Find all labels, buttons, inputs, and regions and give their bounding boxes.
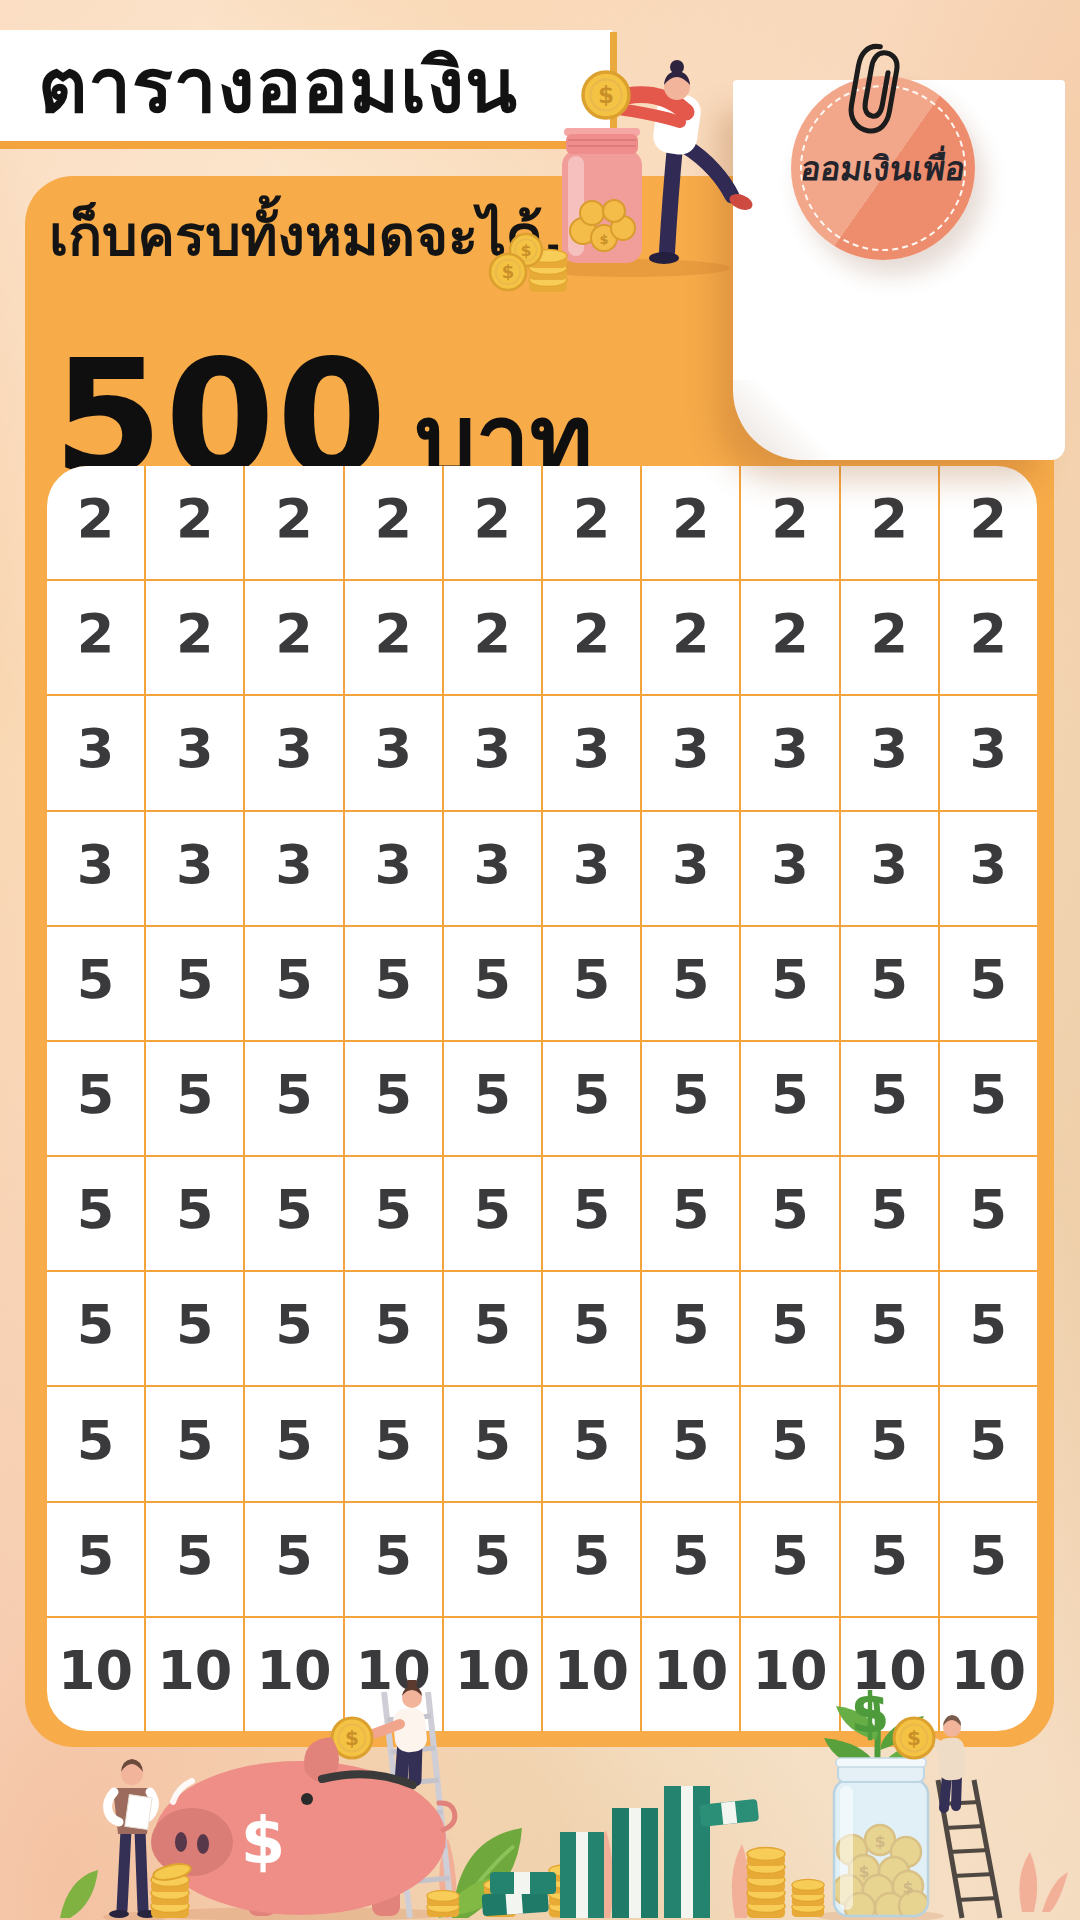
grid-cell: 5: [345, 1042, 442, 1155]
grid-cell: 2: [741, 466, 838, 579]
grid-cell: 2: [146, 466, 243, 579]
grid-cell: 5: [543, 1042, 640, 1155]
grid-cell: 5: [146, 1272, 243, 1385]
grid-cell: 5: [146, 1387, 243, 1500]
coin-stack-left: [151, 1861, 192, 1918]
grid-cell: 3: [841, 812, 938, 925]
grid-cell: 3: [940, 696, 1037, 809]
grid-cell: 5: [47, 1272, 144, 1385]
grid-cell: 3: [345, 696, 442, 809]
svg-text:$: $: [599, 232, 608, 247]
poster-title: ตารางออมเงิน: [38, 48, 518, 124]
grid-cell: 5: [543, 1157, 640, 1270]
grid-cell: 2: [47, 466, 144, 579]
grid-cell: 2: [245, 581, 342, 694]
person-saving-coin-illustration: $ $: [480, 28, 790, 320]
grid-cell: 5: [245, 1387, 342, 1500]
grid-cell: 5: [741, 1387, 838, 1500]
grid-cell: 5: [741, 1157, 838, 1270]
grid-cell: 2: [47, 581, 144, 694]
grid-cell: 5: [741, 927, 838, 1040]
grid-cell: 5: [47, 927, 144, 1040]
grid-cell: 3: [741, 696, 838, 809]
grid-cell: 5: [47, 1042, 144, 1155]
grid-cell: 5: [642, 1387, 739, 1500]
grid-cell: 5: [741, 1272, 838, 1385]
pig-eye: [301, 1793, 313, 1805]
note-sheet: [125, 1795, 152, 1830]
grid-cell: 2: [444, 466, 541, 579]
grid-cell: 5: [642, 1157, 739, 1270]
grid-cell: 3: [642, 812, 739, 925]
stamp-label: ออมเงินเพื่อ: [797, 142, 969, 195]
grid-cell: 2: [444, 581, 541, 694]
grid-cell: 5: [245, 1272, 342, 1385]
grid-cell: 2: [940, 466, 1037, 579]
grid-cell: 5: [245, 1042, 342, 1155]
grid-cell: 5: [47, 1387, 144, 1500]
leaf: [60, 1870, 98, 1918]
grid-cell: 5: [345, 1157, 442, 1270]
coin-stacks-tall: [747, 1848, 824, 1919]
grid-cell: 2: [345, 581, 442, 694]
grid-cell: 5: [146, 1503, 243, 1616]
grid-cell: 5: [841, 1272, 938, 1385]
grid-cell: 5: [841, 927, 938, 1040]
grid-cell: 3: [841, 696, 938, 809]
grid-cell: 5: [940, 1042, 1037, 1155]
grid-cell: 5: [444, 1503, 541, 1616]
grid-cell: 5: [940, 1503, 1037, 1616]
paperclip-wire: [848, 44, 901, 134]
held-coin: [583, 72, 629, 118]
grid-cell: 5: [841, 1387, 938, 1500]
grid-cell: 5: [543, 1272, 640, 1385]
grid-cell: 5: [345, 1272, 442, 1385]
grid-cell: 3: [642, 696, 739, 809]
grid-cell: 5: [345, 927, 442, 1040]
grid-cell: 5: [940, 1387, 1037, 1500]
pink-coin-jar: $: [562, 128, 642, 263]
grid-cell: 2: [146, 581, 243, 694]
grid-cell: 5: [345, 1387, 442, 1500]
grid-cell: 5: [642, 1503, 739, 1616]
grid-cell: 5: [841, 1042, 938, 1155]
man-reading: [108, 1759, 157, 1918]
grid-cell: 5: [741, 1042, 838, 1155]
money-bundles: [482, 1786, 760, 1918]
grid-cell: 3: [940, 812, 1037, 925]
gold-coin-stack: [490, 234, 567, 292]
grid-cell: 2: [245, 466, 342, 579]
grid-cell: 5: [444, 1042, 541, 1155]
grid-cell: 3: [444, 696, 541, 809]
grid-cell: 5: [940, 927, 1037, 1040]
grid-cell: 5: [146, 1042, 243, 1155]
poster-background: ตารางออมเงิน เก็บครบทั้งหมดจะได้... 500 …: [0, 0, 1080, 1920]
grid-cell: 2: [741, 581, 838, 694]
grid-cell: 5: [940, 1157, 1037, 1270]
grid-cell: 5: [543, 1503, 640, 1616]
grid-cell: 2: [543, 466, 640, 579]
grid-cell: 5: [543, 1387, 640, 1500]
grid-cell: 5: [741, 1503, 838, 1616]
grid-cell: 2: [642, 581, 739, 694]
grid-cell: 2: [642, 466, 739, 579]
pig-dollar-sign: $: [241, 1804, 286, 1878]
grid-cell: 5: [444, 1387, 541, 1500]
grid-cell: 2: [543, 581, 640, 694]
grid-cell: 2: [841, 581, 938, 694]
glass-jar-of-coins: $ $ $ $: [824, 1680, 932, 1920]
grid-cell: 5: [47, 1503, 144, 1616]
grid-cell: 3: [245, 696, 342, 809]
grid-cell: 3: [543, 696, 640, 809]
grid-cell: 3: [741, 812, 838, 925]
grid-cell: 5: [245, 1157, 342, 1270]
grid-cell: 5: [47, 1157, 144, 1270]
grid-cell: 5: [146, 1157, 243, 1270]
grid-cell: 5: [345, 1503, 442, 1616]
grid-cell: 5: [642, 1042, 739, 1155]
grid-cell: 5: [642, 1272, 739, 1385]
grid-cell: 3: [47, 812, 144, 925]
grid-cell: 5: [841, 1157, 938, 1270]
grid-cell: 2: [841, 466, 938, 579]
sprout-dollar-sign: $: [851, 1680, 890, 1745]
grid-cell: 3: [47, 696, 144, 809]
pig-snout: [151, 1808, 233, 1876]
grid-cell: 5: [444, 1157, 541, 1270]
grid-cell: 5: [245, 1503, 342, 1616]
grid-cell: 5: [146, 927, 243, 1040]
grid-cell: 3: [444, 812, 541, 925]
grid-cell: 5: [841, 1503, 938, 1616]
grid-cell: 5: [245, 927, 342, 1040]
grid-cell: 3: [345, 812, 442, 925]
grid-cell: 3: [245, 812, 342, 925]
grid-cell: 3: [146, 696, 243, 809]
grid-cell: 5: [444, 1272, 541, 1385]
savings-grid: 2222222222222222222233333333333333333333…: [47, 466, 1037, 1731]
grid-cell: 3: [146, 812, 243, 925]
grid-cell: 5: [543, 927, 640, 1040]
grid-cell: 2: [345, 466, 442, 579]
grid-cell: 5: [940, 1272, 1037, 1385]
grid-cell: 3: [543, 812, 640, 925]
grid-cell: 5: [444, 927, 541, 1040]
grid-cell: 5: [642, 927, 739, 1040]
savings-illustration: $: [0, 1680, 1080, 1920]
held-coin-right: [894, 1718, 934, 1758]
grid-cell: 2: [940, 581, 1037, 694]
